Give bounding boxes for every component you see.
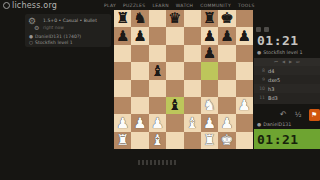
white-move[interactable]: dxe5 (268, 77, 290, 83)
move-row-8: 8d4 (254, 66, 320, 75)
square-g4[interactable] (218, 80, 235, 97)
white-king-g1[interactable]: ♚ (220, 133, 233, 148)
nav-item-community[interactable]: COMMUNITY (200, 3, 231, 8)
square-h2[interactable] (236, 114, 253, 131)
black-color-icon: ○ (29, 40, 33, 45)
square-h4[interactable] (236, 80, 253, 97)
nav-item-play[interactable]: PLAY (104, 3, 116, 8)
white-player-row[interactable]: ●DanielD131 (1740?) (29, 34, 81, 39)
square-d3[interactable]: ♝ (166, 97, 183, 114)
black-bishop-c5[interactable]: ♝ (151, 63, 164, 78)
black-bishop-d3[interactable]: ♝ (168, 98, 181, 113)
move-controls[interactable]: ⏮◀▶⏭ (254, 58, 320, 66)
square-d5[interactable] (166, 62, 183, 79)
black-pawn-f6[interactable]: ♟ (203, 46, 216, 61)
square-c8[interactable] (149, 10, 166, 27)
lichess-logo-icon (3, 2, 10, 9)
move-control-3[interactable]: ⏭ (296, 60, 300, 64)
move-row-9: 9dxe5 (254, 75, 320, 84)
square-f7[interactable]: ♟ (201, 27, 218, 44)
black-rook-a8[interactable]: ♜ (116, 11, 129, 26)
opponent-name[interactable]: ●Stockfish level 1 (257, 50, 303, 55)
square-g1[interactable]: ♚ (218, 132, 235, 149)
nav-item-puzzles[interactable]: PUZZLES (123, 3, 145, 8)
square-g3[interactable] (218, 97, 235, 114)
square-b4[interactable] (131, 80, 148, 97)
black-king-g8[interactable]: ♚ (220, 11, 233, 26)
sidebar-icon-1[interactable] (256, 27, 261, 32)
square-e2[interactable]: ♝ (184, 114, 201, 131)
black-pawn-h7[interactable]: ♟ (238, 28, 251, 43)
square-c2[interactable]: ♟ (149, 114, 166, 131)
square-h6[interactable] (236, 45, 253, 62)
chessboard[interactable]: ♜♞♛♜♚♟♟♟♟♟♟♝♝♞♟♟♟♟♝♟♟♜♝♜♚ (114, 10, 253, 149)
move-list[interactable]: 8d49dxe510h311Bd3 (254, 66, 320, 102)
move-list-panel: ⏮◀▶⏭ 8d49dxe510h311Bd3 (254, 58, 320, 104)
white-bishop-c1[interactable]: ♝ (151, 133, 164, 148)
white-bishop-e2[interactable]: ♝ (186, 115, 199, 130)
player-name[interactable]: ●DanielD131 (257, 122, 291, 127)
square-h5[interactable] (236, 62, 253, 79)
time-control-label: 1.5+0 • Casual • Bullet (43, 18, 97, 23)
move-row-11: 11Bd3 (254, 93, 320, 102)
black-player-row[interactable]: ○Stockfish level 1 (29, 40, 73, 45)
move-control-2[interactable]: ▶ (289, 60, 292, 64)
player-clock-time: 01:21 (257, 132, 299, 147)
black-pawn-a7[interactable]: ♟ (116, 28, 129, 43)
square-e1[interactable] (184, 132, 201, 149)
white-pawn-f2[interactable]: ♟ (203, 115, 216, 130)
move-row-10: 10h3 (254, 84, 320, 93)
square-b2[interactable]: ♟ (131, 114, 148, 131)
square-f3[interactable]: ♞ (201, 97, 218, 114)
white-pawn-b2[interactable]: ♟ (134, 115, 147, 130)
square-b8[interactable]: ♞ (131, 10, 148, 27)
opponent-clock: 01:21 (257, 33, 299, 48)
bottom-fine-print (138, 160, 178, 165)
sidebar-mini-icons[interactable] (256, 27, 269, 32)
square-e4[interactable] (184, 80, 201, 97)
square-g7[interactable]: ♟ (218, 27, 235, 44)
nav-item-tools[interactable]: TOOLS (238, 3, 255, 8)
move-number: 10 (254, 86, 268, 91)
square-h1[interactable] (236, 132, 253, 149)
square-e7[interactable] (184, 27, 201, 44)
square-d4[interactable] (166, 80, 183, 97)
white-knight-f3[interactable]: ♞ (203, 98, 216, 113)
square-e3[interactable] (184, 97, 201, 114)
takeback-button[interactable]: ↶ (280, 111, 287, 119)
white-move[interactable]: d4 (268, 68, 290, 74)
game-action-bar: ↶ ½ ⚑ (254, 108, 320, 122)
square-g8[interactable]: ♚ (218, 10, 235, 27)
square-c1[interactable]: ♝ (149, 132, 166, 149)
square-c5[interactable]: ♝ (149, 62, 166, 79)
square-a2[interactable]: ♟ (114, 114, 131, 131)
move-number: 9 (254, 77, 268, 82)
opponent-dot-icon: ● (257, 50, 261, 55)
white-pawn-a2[interactable]: ♟ (116, 115, 129, 130)
white-pawn-h3[interactable]: ♟ (238, 98, 251, 113)
move-control-1[interactable]: ◀ (282, 60, 285, 64)
lichess-logo[interactable]: lichess.org (3, 1, 57, 10)
square-d1[interactable] (166, 132, 183, 149)
square-a5[interactable] (114, 62, 131, 79)
white-move[interactable]: h3 (268, 86, 290, 92)
square-g6[interactable] (218, 45, 235, 62)
square-f4[interactable] (201, 80, 218, 97)
square-c4[interactable] (149, 80, 166, 97)
square-a8[interactable]: ♜ (114, 10, 131, 27)
square-a4[interactable] (114, 80, 131, 97)
sidebar-icon-2[interactable] (264, 27, 269, 32)
square-e5[interactable] (184, 62, 201, 79)
square-e6[interactable] (184, 45, 201, 62)
white-pawn-g2[interactable]: ♟ (220, 115, 233, 130)
square-d7[interactable] (166, 27, 183, 44)
time-control-icon: ⚙⚙ (28, 17, 41, 30)
square-d2[interactable] (166, 114, 183, 131)
lichess-game-screen: lichess.org PLAYPUZZLESLEARNWATCHCOMMUNI… (0, 0, 320, 180)
draw-offer-button[interactable]: ½ (295, 111, 302, 119)
black-queen-d8[interactable]: ♛ (168, 11, 181, 26)
square-b1[interactable] (131, 132, 148, 149)
white-rook-f1[interactable]: ♜ (203, 133, 216, 148)
square-a6[interactable] (114, 45, 131, 62)
square-g5[interactable] (218, 62, 235, 79)
square-f1[interactable]: ♜ (201, 132, 218, 149)
game-start-time: right now (43, 25, 64, 30)
game-sidebar: 01:21 ●Stockfish level 1 ⏮◀▶⏭ 8d49dxe510… (254, 0, 320, 180)
square-d6[interactable] (166, 45, 183, 62)
square-a7[interactable]: ♟ (114, 27, 131, 44)
white-pawn-c2[interactable]: ♟ (151, 115, 164, 130)
game-info-panel: ⚙⚙ 1.5+0 • Casual • Bullet right now ●Da… (25, 14, 111, 47)
square-c3[interactable] (149, 97, 166, 114)
square-a1[interactable]: ♜ (114, 132, 131, 149)
square-h8[interactable] (236, 10, 253, 27)
white-rook-a1[interactable]: ♜ (116, 133, 129, 148)
square-f6[interactable]: ♟ (201, 45, 218, 62)
black-knight-b8[interactable]: ♞ (134, 11, 147, 26)
square-b7[interactable]: ♟ (131, 27, 148, 44)
player-clock-active: 01:21 (254, 129, 320, 149)
square-d8[interactable]: ♛ (166, 10, 183, 27)
main-nav: PLAYPUZZLESLEARNWATCHCOMMUNITYTOOLS (104, 3, 255, 8)
black-pawn-g7[interactable]: ♟ (220, 28, 233, 43)
square-b3[interactable] (131, 97, 148, 114)
square-g2[interactable]: ♟ (218, 114, 235, 131)
nav-item-learn[interactable]: LEARN (152, 3, 168, 8)
square-c7[interactable] (149, 27, 166, 44)
square-e8[interactable] (184, 10, 201, 27)
lichess-logo-text[interactable]: lichess.org (12, 1, 57, 10)
resign-flag-icon: ⚑ (311, 111, 317, 119)
nav-item-watch[interactable]: WATCH (176, 3, 193, 8)
resign-button[interactable]: ⚑ (309, 109, 320, 121)
black-rook-f8[interactable]: ♜ (203, 11, 216, 26)
square-f2[interactable]: ♟ (201, 114, 218, 131)
square-h7[interactable]: ♟ (236, 27, 253, 44)
move-number: 11 (254, 95, 268, 100)
black-pawn-b7[interactable]: ♟ (134, 28, 147, 43)
white-move[interactable]: Bd3 (268, 95, 290, 101)
square-b6[interactable] (131, 45, 148, 62)
square-b5[interactable] (131, 62, 148, 79)
move-number: 8 (254, 68, 268, 73)
square-f5[interactable] (201, 62, 218, 79)
square-h3[interactable]: ♟ (236, 97, 253, 114)
white-color-icon: ● (29, 34, 33, 39)
square-c6[interactable] (149, 45, 166, 62)
move-control-0[interactable]: ⏮ (274, 60, 278, 64)
player-dot-icon: ● (257, 122, 261, 127)
black-pawn-f7[interactable]: ♟ (203, 28, 216, 43)
square-a3[interactable] (114, 97, 131, 114)
square-f8[interactable]: ♜ (201, 10, 218, 27)
